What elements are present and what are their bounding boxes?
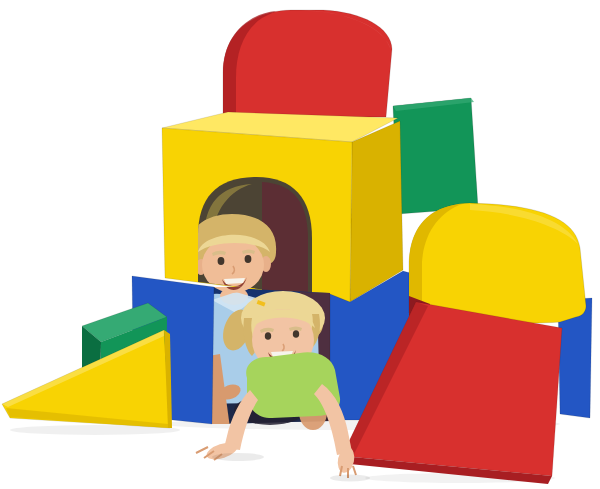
girl-eye-right xyxy=(293,330,299,338)
green-cube-right xyxy=(393,98,478,214)
boy-eye-left xyxy=(218,257,225,265)
foam-block-castle-photo xyxy=(0,0,600,489)
girl-eye-left xyxy=(265,332,271,340)
tunnel-cube-right-face xyxy=(350,121,403,302)
boy-eye-right xyxy=(245,255,252,263)
red-arch-block xyxy=(223,10,392,117)
shadow-hand-left xyxy=(212,453,264,461)
photo-stage xyxy=(0,0,600,489)
green-cube-right-face xyxy=(393,98,478,214)
shadow-hand-right xyxy=(330,475,370,482)
